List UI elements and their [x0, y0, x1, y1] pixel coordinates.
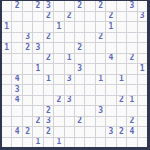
cell-empty-r14c7[interactable] [65, 138, 74, 148]
cell-clue-r4c10: 2 [96, 33, 105, 43]
cell-empty-r14c3[interactable] [23, 138, 32, 148]
cell-empty-r9c4[interactable] [33, 85, 42, 95]
cell-empty-r10c8[interactable] [75, 96, 84, 106]
cell-clue-r5c4: 3 [33, 43, 42, 53]
cell-empty-r4c1[interactable] [2, 33, 11, 43]
cell-clue-r5c8: 2 [75, 43, 84, 53]
cell-clue-r13c5: 2 [44, 127, 53, 137]
cell-empty-r2c8[interactable] [75, 12, 84, 22]
cell-empty-r2c6[interactable] [54, 12, 63, 22]
cell-empty-r11c4[interactable] [33, 106, 42, 116]
cell-empty-r11c1[interactable] [2, 106, 11, 116]
cell-clue-r3c6: 1 [54, 22, 63, 32]
cell-empty-r14c13[interactable] [127, 138, 136, 148]
cell-empty-r9c9[interactable] [85, 85, 94, 95]
cell-empty-r9c8[interactable] [75, 85, 84, 95]
cell-empty-r7c2[interactable] [12, 64, 21, 74]
cell-clue-r1c2: 2 [12, 1, 21, 11]
cell-empty-r6c4[interactable] [33, 54, 42, 64]
cell-empty-r4c2[interactable] [12, 33, 21, 43]
cell-clue-r5c3: 2 [23, 43, 32, 53]
cell-empty-r5c12[interactable] [117, 43, 126, 53]
cell-empty-r14c8[interactable] [75, 138, 84, 148]
cell-empty-r9c11[interactable] [106, 85, 115, 95]
cell-empty-r8c11[interactable] [106, 75, 115, 85]
cell-empty-r11c9[interactable] [85, 106, 94, 116]
cell-empty-r14c9[interactable] [85, 138, 94, 148]
cell-empty-r4c7[interactable] [65, 33, 74, 43]
cell-empty-r3c8[interactable] [75, 22, 84, 32]
cell-empty-r2c12[interactable] [117, 12, 126, 22]
cell-empty-r1c9[interactable] [85, 1, 94, 11]
cell-empty-r3c5[interactable] [44, 22, 53, 32]
cell-empty-r12c3[interactable] [23, 117, 32, 127]
cell-clue-r8c7: 3 [65, 75, 74, 85]
cell-clue-r4c5: 2 [44, 33, 53, 43]
cell-empty-r11c7[interactable] [65, 106, 74, 116]
cell-empty-r2c2[interactable] [12, 12, 21, 22]
cell-clue-r3c11: 1 [106, 22, 115, 32]
cell-empty-r4c12[interactable] [117, 33, 126, 43]
cell-clue-r7c4: 1 [33, 64, 42, 74]
cell-empty-r5c5[interactable] [44, 43, 53, 53]
cell-empty-r13c14[interactable] [138, 127, 147, 137]
cell-empty-r9c12[interactable] [117, 85, 126, 95]
cell-empty-r13c9[interactable] [85, 127, 94, 137]
cell-empty-r11c14[interactable] [138, 106, 147, 116]
cell-clue-r10c12: 2 [117, 96, 126, 106]
cell-empty-r12c14[interactable] [138, 117, 147, 127]
cell-empty-r4c11[interactable] [106, 33, 115, 43]
cell-empty-r10c1[interactable] [2, 96, 11, 106]
cell-empty-r11c2[interactable] [12, 106, 21, 116]
cell-empty-r3c13[interactable] [127, 22, 136, 32]
cell-clue-r8c12: 1 [117, 75, 126, 85]
cell-empty-r8c9[interactable] [85, 75, 94, 85]
cell-empty-r8c3[interactable] [23, 75, 32, 85]
cell-empty-r2c13[interactable] [127, 12, 136, 22]
cell-empty-r5c7[interactable] [65, 43, 74, 53]
cell-empty-r13c10[interactable] [96, 127, 105, 137]
cell-empty-r6c3[interactable] [23, 54, 32, 64]
cell-clue-r10c6: 2 [54, 96, 63, 106]
cell-empty-r10c5[interactable] [44, 96, 53, 106]
cell-empty-r3c12[interactable] [117, 22, 126, 32]
cell-clue-r6c11: 4 [106, 54, 115, 64]
cell-empty-r6c2[interactable] [12, 54, 21, 64]
cell-empty-r7c5[interactable] [44, 64, 53, 74]
cell-empty-r14c11[interactable] [106, 138, 115, 148]
cell-empty-r13c8[interactable] [75, 127, 84, 137]
cell-empty-r11c8[interactable] [75, 106, 84, 116]
cell-clue-r14c6: 1 [54, 138, 63, 148]
cell-empty-r4c8[interactable] [75, 33, 84, 43]
cell-clue-r12c5: 3 [44, 117, 53, 127]
cell-empty-r10c3[interactable] [23, 96, 32, 106]
cell-clue-r12c4: 2 [33, 117, 42, 127]
cell-clue-r6c13: 2 [127, 54, 136, 64]
cell-empty-r12c7[interactable] [65, 117, 74, 127]
cell-empty-r7c3[interactable] [23, 64, 32, 74]
cell-empty-r9c6[interactable] [54, 85, 63, 95]
cell-clue-r12c8: 2 [75, 117, 84, 127]
cell-empty-r1c6[interactable] [54, 1, 63, 11]
cell-empty-r7c13[interactable] [127, 64, 136, 74]
cell-clue-r10c2: 4 [12, 96, 21, 106]
cell-clue-r6c7: 1 [65, 54, 74, 64]
cell-empty-r5c11[interactable] [106, 43, 115, 53]
cell-empty-r4c14[interactable] [138, 33, 147, 43]
cell-empty-r12c10[interactable] [96, 117, 105, 127]
cell-clue-r5c1: 1 [2, 43, 11, 53]
cell-clue-r7c14: 1 [138, 64, 147, 74]
cell-clue-r6c5: 2 [44, 54, 53, 64]
cell-empty-r3c14[interactable] [138, 22, 147, 32]
cell-empty-r7c10[interactable] [96, 64, 105, 74]
cell-empty-r5c2[interactable] [12, 43, 21, 53]
cell-empty-r4c9[interactable] [85, 33, 94, 43]
cell-clue-r1c5: 3 [44, 1, 53, 11]
cell-clue-r2c11: 2 [106, 12, 115, 22]
cell-empty-r6c14[interactable] [138, 54, 147, 64]
cell-empty-r11c3[interactable] [23, 106, 32, 116]
cell-empty-r5c14[interactable] [138, 43, 147, 53]
cell-empty-r8c4[interactable] [33, 75, 42, 85]
cell-empty-r3c2[interactable] [12, 22, 21, 32]
cell-empty-r8c6[interactable] [54, 75, 63, 85]
cell-empty-r6c6[interactable] [54, 54, 63, 64]
cell-empty-r7c6[interactable] [54, 64, 63, 74]
cell-empty-r13c1[interactable] [2, 127, 11, 137]
cell-empty-r12c9[interactable] [85, 117, 94, 127]
cell-empty-r12c6[interactable] [54, 117, 63, 127]
cell-clue-r1c4: 2 [33, 1, 42, 11]
cell-empty-r11c11[interactable] [106, 106, 115, 116]
cell-empty-r7c11[interactable] [106, 64, 115, 74]
cell-empty-r10c11[interactable] [106, 96, 115, 106]
cell-empty-r12c2[interactable] [12, 117, 21, 127]
cell-clue-r13c12: 2 [117, 127, 126, 137]
cell-empty-r9c1[interactable] [2, 85, 11, 95]
cell-empty-r10c9[interactable] [85, 96, 94, 106]
cell-clue-r10c13: 1 [127, 96, 136, 106]
cell-empty-r7c1[interactable] [2, 64, 11, 74]
cell-clue-r1c13: 3 [127, 1, 136, 11]
cell-clue-r11c5: 2 [44, 106, 53, 116]
cell-empty-r10c14[interactable] [138, 96, 147, 106]
cell-empty-r14c2[interactable] [12, 138, 21, 148]
cell-clue-r8c5: 1 [44, 75, 53, 85]
cell-clue-r11c10: 3 [96, 106, 105, 116]
cell-empty-r6c1[interactable] [2, 54, 11, 64]
cell-clue-r13c3: 2 [23, 127, 32, 137]
cell-empty-r1c12[interactable] [117, 1, 126, 11]
cell-empty-r3c10[interactable] [96, 22, 105, 32]
cell-empty-r12c11[interactable] [106, 117, 115, 127]
cell-clue-r13c2: 4 [12, 127, 21, 137]
cell-empty-r4c6[interactable] [54, 33, 63, 43]
cell-empty-r1c11[interactable] [106, 1, 115, 11]
cell-empty-r11c13[interactable] [127, 106, 136, 116]
cell-empty-r13c7[interactable] [65, 127, 74, 137]
puzzle-board: 2232232223111322123221421314131134232123… [0, 0, 150, 150]
cell-empty-r10c4[interactable] [33, 96, 42, 106]
cell-clue-r8c2: 4 [12, 75, 21, 85]
cell-empty-r2c10[interactable] [96, 12, 105, 22]
cell-empty-r6c12[interactable] [117, 54, 126, 64]
cell-clue-r2c5: 2 [44, 12, 53, 22]
cell-empty-r3c9[interactable] [85, 22, 94, 32]
cell-clue-r2c14: 3 [138, 12, 147, 22]
cell-empty-r5c6[interactable] [54, 43, 63, 53]
cell-empty-r4c13[interactable] [127, 33, 136, 43]
cell-empty-r6c10[interactable] [96, 54, 105, 64]
cell-empty-r2c3[interactable] [23, 12, 32, 22]
cell-empty-r6c9[interactable] [85, 54, 94, 64]
cell-clue-r12c13: 2 [127, 117, 136, 127]
cell-empty-r8c14[interactable] [138, 75, 147, 85]
cell-empty-r8c13[interactable] [127, 75, 136, 85]
cell-empty-r5c10[interactable] [96, 43, 105, 53]
cell-clue-r13c13: 4 [127, 127, 136, 137]
cell-empty-r10c10[interactable] [96, 96, 105, 106]
cell-empty-r3c7[interactable] [65, 22, 74, 32]
cell-empty-r13c4[interactable] [33, 127, 42, 137]
cell-empty-r14c1[interactable] [2, 138, 11, 148]
cell-empty-r14c5[interactable] [44, 138, 53, 148]
cell-empty-r9c10[interactable] [96, 85, 105, 95]
cell-empty-r12c12[interactable] [117, 117, 126, 127]
cell-empty-r5c13[interactable] [127, 43, 136, 53]
cell-clue-r3c1: 1 [2, 22, 11, 32]
cell-empty-r6c8[interactable] [75, 54, 84, 64]
cell-clue-r13c11: 3 [106, 127, 115, 137]
cell-empty-r14c12[interactable] [117, 138, 126, 148]
cell-empty-r2c9[interactable] [85, 12, 94, 22]
cell-empty-r8c1[interactable] [2, 75, 11, 85]
cell-clue-r9c2: 3 [12, 85, 21, 95]
cell-empty-r9c13[interactable] [127, 85, 136, 95]
cell-empty-r3c4[interactable] [33, 22, 42, 32]
cell-empty-r12c1[interactable] [2, 117, 11, 127]
cell-empty-r9c3[interactable] [23, 85, 32, 95]
cell-empty-r1c3[interactable] [23, 1, 32, 11]
cell-empty-r9c14[interactable] [138, 85, 147, 95]
cell-empty-r1c7[interactable] [65, 1, 74, 11]
cell-empty-r5c9[interactable] [85, 43, 94, 53]
cell-empty-r11c12[interactable] [117, 106, 126, 116]
cell-clue-r8c10: 1 [96, 75, 105, 85]
cell-empty-r7c12[interactable] [117, 64, 126, 74]
cell-empty-r11c6[interactable] [54, 106, 63, 116]
cell-empty-r13c6[interactable] [54, 127, 63, 137]
cell-empty-r3c3[interactable] [23, 22, 32, 32]
cell-empty-r4c4[interactable] [33, 33, 42, 43]
cell-empty-r1c1[interactable] [2, 1, 11, 11]
cell-empty-r14c10[interactable] [96, 138, 105, 148]
cell-empty-r9c7[interactable] [65, 85, 74, 95]
cell-clue-r1c8: 2 [75, 1, 84, 11]
cell-empty-r8c8[interactable] [75, 75, 84, 85]
cell-clue-r10c7: 3 [65, 96, 74, 106]
cell-empty-r1c14[interactable] [138, 1, 147, 11]
cell-empty-r2c4[interactable] [33, 12, 42, 22]
cell-empty-r7c9[interactable] [85, 64, 94, 74]
cell-empty-r14c14[interactable] [138, 138, 147, 148]
cell-clue-r14c4: 1 [33, 138, 42, 148]
cell-clue-r7c8: 3 [75, 64, 84, 74]
cell-empty-r9c5[interactable] [44, 85, 53, 95]
cell-clue-r1c10: 2 [96, 1, 105, 11]
cell-empty-r7c7[interactable] [65, 64, 74, 74]
cell-empty-r2c1[interactable] [2, 12, 11, 22]
cell-clue-r4c3: 3 [23, 33, 32, 43]
cell-clue-r2c7: 2 [65, 12, 74, 22]
